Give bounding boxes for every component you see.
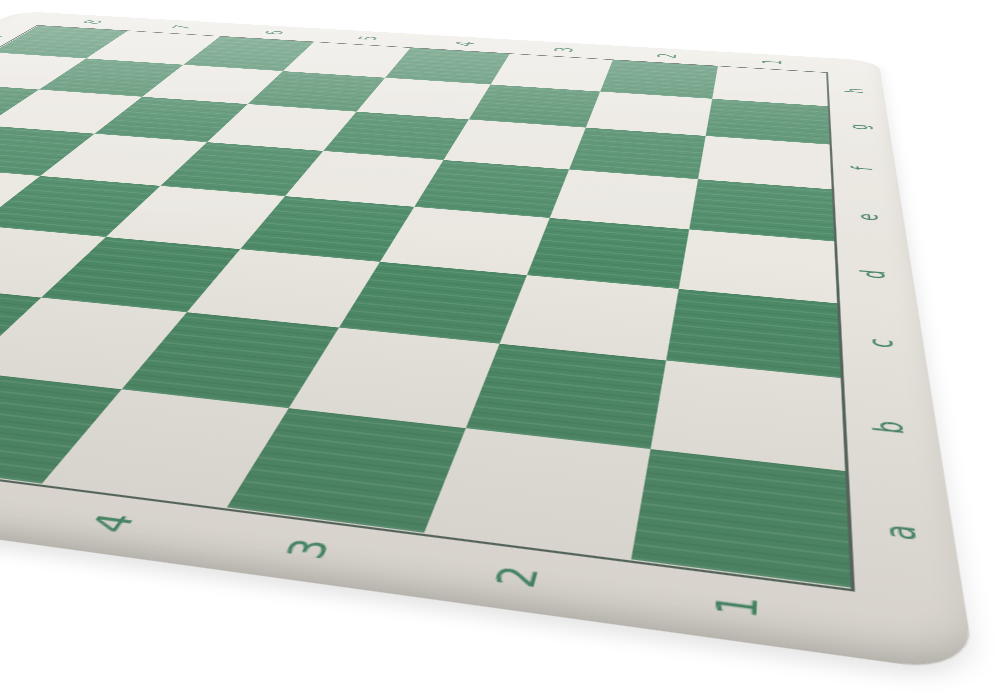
file-label-bottom-c: c bbox=[837, 303, 930, 387]
file-labels-bottom: abcdefgh bbox=[826, 73, 964, 602]
board-mat: abcdefgh abcdefgh 87654321 87654321 bbox=[0, 11, 976, 674]
photo-background: abcdefgh abcdefgh 87654321 87654321 bbox=[0, 0, 1000, 700]
chessboard: abcdefgh abcdefgh 87654321 87654321 bbox=[0, 11, 976, 674]
file-label-bottom-f: f bbox=[830, 145, 900, 195]
file-label-bottom-h: h bbox=[826, 73, 886, 110]
file-label-bottom-a: a bbox=[845, 471, 964, 602]
file-label-bottom-b: b bbox=[841, 378, 946, 482]
file-label-bottom-d: d bbox=[834, 241, 918, 310]
file-label-bottom-g: g bbox=[828, 106, 893, 149]
file-label-bottom-e: e bbox=[832, 189, 908, 247]
